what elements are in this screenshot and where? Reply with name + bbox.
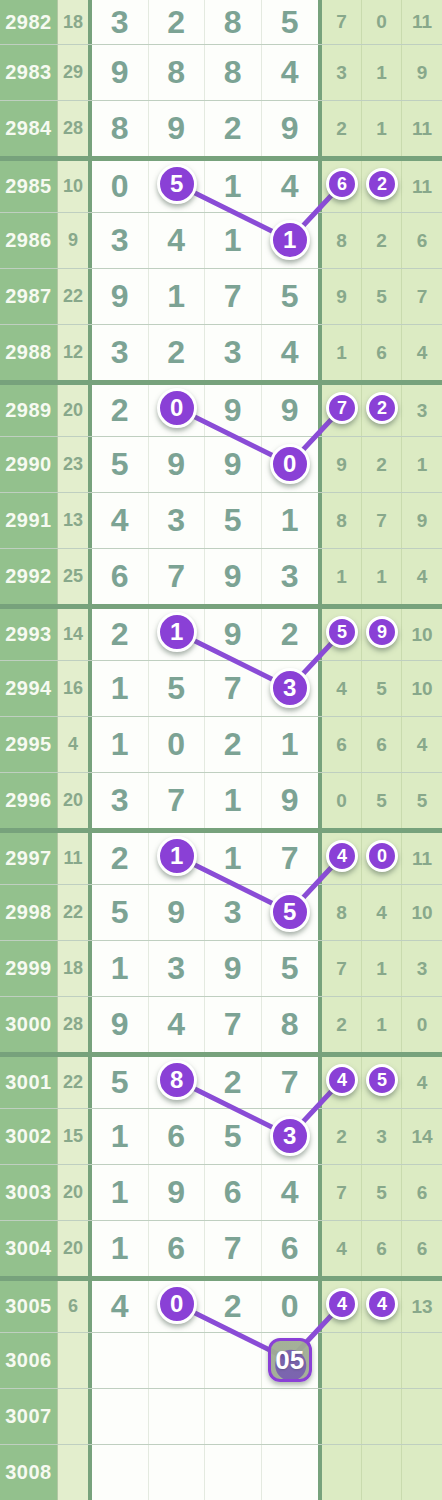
digit-cell[interactable]: 3 xyxy=(92,773,149,828)
stat-cell[interactable] xyxy=(322,1389,362,1444)
period-cell: 2999 xyxy=(0,941,57,996)
digit-cell[interactable]: 1 xyxy=(92,1165,149,1220)
hits-count-cell: 18 xyxy=(57,941,88,996)
stat-cell[interactable]: 8 xyxy=(322,213,362,268)
stat-cell[interactable] xyxy=(362,1389,402,1444)
period-cell: 3007 xyxy=(0,1389,57,1444)
digit-cell[interactable]: 5 xyxy=(92,1057,149,1108)
digit-cell[interactable]: 2 xyxy=(205,1057,262,1108)
table-row-2998: 2998225938410 xyxy=(0,884,442,940)
stat-cell[interactable]: 6 xyxy=(362,717,402,772)
circled-stat-digit[interactable]: 4 xyxy=(326,840,358,872)
digit-cell[interactable]: 1 xyxy=(92,1221,149,1276)
digit-cell[interactable]: 1 xyxy=(92,941,149,996)
drawn-digits-section: 420 xyxy=(92,1281,318,1332)
digit-cell[interactable]: 6 xyxy=(205,1165,262,1220)
stat-cell[interactable]: 3 xyxy=(362,1109,402,1164)
digit-cell[interactable]: 0 xyxy=(262,1281,319,1332)
stat-cell[interactable]: 0 xyxy=(322,773,362,828)
drawn-digits-section: 1021 xyxy=(92,717,318,772)
digit-cell[interactable]: 7 xyxy=(262,1057,319,1108)
hits-count-cell: 22 xyxy=(57,1057,88,1108)
drawn-digits-section: 1395 xyxy=(92,941,318,996)
hits-count-cell: 18 xyxy=(57,0,88,44)
digit-cell[interactable] xyxy=(262,1389,319,1444)
drawn-digits-section: 1676 xyxy=(92,1221,318,1276)
stat-cell[interactable]: 9 xyxy=(322,437,362,492)
stat-cell[interactable]: 1 xyxy=(362,45,402,100)
stats-section xyxy=(322,1333,442,1388)
hits-count-cell: 9 xyxy=(57,213,88,268)
table-row-2983: 2983299884319 xyxy=(0,44,442,100)
digit-cell[interactable]: 9 xyxy=(149,1165,206,1220)
stat-cell[interactable]: 7 xyxy=(322,941,362,996)
digit-cell[interactable]: 3 xyxy=(92,325,149,380)
stats-section: 210 xyxy=(322,997,442,1052)
hits-count-cell: 29 xyxy=(57,45,88,100)
digit-cell[interactable] xyxy=(205,1389,262,1444)
hits-count-cell: 28 xyxy=(57,997,88,1052)
stat-cell[interactable]: 4 xyxy=(322,661,362,716)
digit-cell[interactable]: 3 xyxy=(205,325,262,380)
stat-cell[interactable]: 7 xyxy=(322,0,362,44)
stat-cell[interactable] xyxy=(362,1445,402,1500)
table-row-3003: 3003201964756 xyxy=(0,1164,442,1220)
stat-cell[interactable]: 5 xyxy=(362,269,402,324)
stat-cell: 3 xyxy=(402,941,442,996)
stat-cell[interactable]: 1 xyxy=(362,549,402,604)
stat-cell[interactable]: 5 xyxy=(362,661,402,716)
circled-stat-digit[interactable]: 7 xyxy=(326,392,358,424)
digit-cell[interactable]: 6 xyxy=(262,1221,319,1276)
stat-cell[interactable]: 3 xyxy=(322,45,362,100)
stat-cell[interactable]: 1 xyxy=(322,325,362,380)
period-cell: 2998 xyxy=(0,885,57,940)
stat-cell xyxy=(402,1333,442,1388)
stat-cell: 14 xyxy=(402,1109,442,1164)
stat-cell[interactable]: 5 xyxy=(362,773,402,828)
stat-cell: 9 xyxy=(402,493,442,548)
period-cell: 2989 xyxy=(0,385,57,436)
digit-cell[interactable]: 3 xyxy=(92,213,149,268)
hits-count-cell: 13 xyxy=(57,493,88,548)
digit-cell[interactable]: 7 xyxy=(205,1221,262,1276)
digit-cell[interactable]: 2 xyxy=(92,833,149,884)
stat-cell[interactable]: 6 xyxy=(322,717,362,772)
digit-cell[interactable]: 8 xyxy=(92,101,149,156)
circled-digit[interactable]: 8 xyxy=(157,1060,197,1100)
table-row-2984: 29842889292111 xyxy=(0,100,442,156)
stat-cell: 11 xyxy=(402,161,442,212)
digit-cell[interactable]: 2 xyxy=(149,325,206,380)
drawn-digits-section xyxy=(92,1389,318,1444)
period-cell: 2988 xyxy=(0,325,57,380)
stat-cell: 4 xyxy=(402,1057,442,1108)
digit-cell[interactable]: 9 xyxy=(205,549,262,604)
digit-cell[interactable]: 8 xyxy=(262,997,319,1052)
circled-digit[interactable]: 5 xyxy=(270,892,310,932)
digit-cell[interactable]: 5 xyxy=(92,437,149,492)
period-cell: 2990 xyxy=(0,437,57,492)
circled-stat-digit[interactable]: 6 xyxy=(326,168,358,200)
stat-cell[interactable]: 2 xyxy=(322,1109,362,1164)
table-row-2982: 29821832857011 xyxy=(0,0,442,44)
stat-cell[interactable]: 1 xyxy=(322,549,362,604)
hits-count-cell xyxy=(57,1389,88,1444)
stat-cell: 11 xyxy=(402,0,442,44)
hits-count-cell: 16 xyxy=(57,661,88,716)
hits-count-cell: 11 xyxy=(57,833,88,884)
digit-cell[interactable]: 1 xyxy=(92,1109,149,1164)
stat-cell[interactable]: 7 xyxy=(322,1165,362,1220)
digit-cell[interactable]: 8 xyxy=(149,45,206,100)
stat-cell: 13 xyxy=(402,1281,442,1332)
stat-cell: 6 xyxy=(402,1221,442,1276)
table-row-3002: 3002151652314 xyxy=(0,1108,442,1164)
period-cell: 2996 xyxy=(0,773,57,828)
stats-section: 319 xyxy=(322,45,442,100)
table-row-2999: 2999181395713 xyxy=(0,940,442,996)
digit-cell[interactable]: 2 xyxy=(92,385,149,436)
stat-cell[interactable]: 1 xyxy=(362,941,402,996)
circled-digit[interactable]: 1 xyxy=(157,612,197,652)
stats-section: 664 xyxy=(322,717,442,772)
hits-count-cell: 15 xyxy=(57,1109,88,1164)
digit-cell[interactable]: 1 xyxy=(262,717,319,772)
circled-stat-digit[interactable]: 2 xyxy=(366,392,398,424)
digit-cell[interactable]: 9 xyxy=(205,609,262,660)
period-cell: 2986 xyxy=(0,213,57,268)
drawn-digits-section: 1964 xyxy=(92,1165,318,1220)
digit-cell[interactable] xyxy=(149,1333,206,1388)
stat-cell: 10 xyxy=(402,885,442,940)
hits-count-cell: 20 xyxy=(57,1221,88,1276)
digit-cell[interactable]: 6 xyxy=(149,1221,206,1276)
digit-cell[interactable]: 9 xyxy=(262,773,319,828)
stats-section: 4510 xyxy=(322,661,442,716)
hits-count-cell: 10 xyxy=(57,161,88,212)
stat-cell: 0 xyxy=(402,997,442,1052)
stat-cell[interactable]: 8 xyxy=(322,493,362,548)
digit-cell[interactable]: 2 xyxy=(205,717,262,772)
digit-cell[interactable]: 9 xyxy=(205,941,262,996)
digit-cell[interactable]: 9 xyxy=(149,437,206,492)
digit-cell[interactable]: 1 xyxy=(149,269,206,324)
hits-count-cell: 22 xyxy=(57,269,88,324)
period-cell: 2997 xyxy=(0,833,57,884)
digit-cell[interactable]: 2 xyxy=(92,609,149,660)
digit-cell[interactable] xyxy=(149,1445,206,1500)
digit-cell[interactable]: 4 xyxy=(149,997,206,1052)
period-cell: 2995 xyxy=(0,717,57,772)
table-row-2992: 2992256793114 xyxy=(0,548,442,604)
stats-section: 2111 xyxy=(322,101,442,156)
digit-cell[interactable]: 3 xyxy=(149,493,206,548)
digit-cell[interactable] xyxy=(149,1389,206,1444)
digit-cell[interactable] xyxy=(92,1445,149,1500)
drawn-digits-section: 527 xyxy=(92,1057,318,1108)
digit-cell[interactable]: 0 xyxy=(149,717,206,772)
table-row-3007: 3007 xyxy=(0,1388,442,1444)
digit-cell[interactable]: 1 xyxy=(205,213,262,268)
digit-cell[interactable]: 4 xyxy=(92,1281,149,1332)
circled-digit[interactable]: 1 xyxy=(157,836,197,876)
period-cell: 2985 xyxy=(0,161,57,212)
stat-cell[interactable] xyxy=(322,1333,362,1388)
digit-cell[interactable]: 7 xyxy=(205,661,262,716)
circled-digit[interactable]: 0 xyxy=(157,1284,197,1324)
hits-count-cell: 14 xyxy=(57,609,88,660)
stats-section: 8410 xyxy=(322,885,442,940)
digit-cell[interactable]: 5 xyxy=(262,0,319,44)
digit-cell[interactable]: 4 xyxy=(149,213,206,268)
trend-table-rows: 2982183285701129832998843192984288929211… xyxy=(0,0,442,1500)
digit-cell[interactable]: 6 xyxy=(92,549,149,604)
stat-cell[interactable] xyxy=(362,1333,402,1388)
hits-count-cell: 22 xyxy=(57,885,88,940)
digit-cell[interactable]: 4 xyxy=(262,325,319,380)
digit-cell[interactable] xyxy=(92,1389,149,1444)
stat-cell: 10 xyxy=(402,609,442,660)
digit-cell[interactable]: 1 xyxy=(205,833,262,884)
stat-cell[interactable]: 2 xyxy=(362,213,402,268)
drawn-digits-section: 292 xyxy=(92,609,318,660)
stat-cell[interactable]: 4 xyxy=(322,1221,362,1276)
digit-cell[interactable]: 7 xyxy=(205,997,262,1052)
circled-stat-digit[interactable]: 0 xyxy=(366,840,398,872)
period-cell: 2992 xyxy=(0,549,57,604)
circled-digit[interactable]: 3 xyxy=(270,668,310,708)
digit-cell[interactable]: 7 xyxy=(262,833,319,884)
digit-cell[interactable]: 5 xyxy=(205,1109,262,1164)
circled-stat-digit[interactable]: 4 xyxy=(366,1288,398,1320)
hits-count-cell: 25 xyxy=(57,549,88,604)
digit-cell[interactable]: 9 xyxy=(262,101,319,156)
stat-cell xyxy=(402,1389,442,1444)
stat-cell[interactable]: 1 xyxy=(362,997,402,1052)
digit-cell[interactable]: 3 xyxy=(205,885,262,940)
stat-cell[interactable]: 2 xyxy=(362,437,402,492)
hits-count-cell: 20 xyxy=(57,1165,88,1220)
digit-cell[interactable] xyxy=(262,1445,319,1500)
stat-cell[interactable]: 2 xyxy=(322,101,362,156)
drawn-digits-section: 9478 xyxy=(92,997,318,1052)
period-cell: 3001 xyxy=(0,1057,57,1108)
digit-cell[interactable]: 9 xyxy=(149,101,206,156)
stats-section: 164 xyxy=(322,325,442,380)
circled-stat-digit[interactable]: 4 xyxy=(326,1288,358,1320)
digit-cell[interactable]: 7 xyxy=(149,549,206,604)
drawn-digits-section: 299 xyxy=(92,385,318,436)
circled-digit[interactable]: 0 xyxy=(157,388,197,428)
stat-cell[interactable]: 1 xyxy=(362,101,402,156)
digit-cell[interactable]: 9 xyxy=(92,45,149,100)
digit-cell[interactable]: 8 xyxy=(205,0,262,44)
stats-section: 055 xyxy=(322,773,442,828)
digit-cell[interactable]: 8 xyxy=(205,45,262,100)
stat-cell: 4 xyxy=(402,717,442,772)
stat-cell: 4 xyxy=(402,325,442,380)
digit-cell[interactable]: 4 xyxy=(262,1165,319,1220)
period-cell: 2984 xyxy=(0,101,57,156)
period-cell: 3000 xyxy=(0,997,57,1052)
circled-digit[interactable]: 0 xyxy=(270,444,310,484)
stat-cell[interactable] xyxy=(322,1445,362,1500)
stat-cell[interactable]: 0 xyxy=(362,0,402,44)
table-row-3000: 3000289478210 xyxy=(0,996,442,1052)
digit-cell[interactable]: 4 xyxy=(92,493,149,548)
drawn-digits-section: 014 xyxy=(92,161,318,212)
drawn-digits-section: 9884 xyxy=(92,45,318,100)
digit-cell[interactable]: 5 xyxy=(262,941,319,996)
stats-section: 713 xyxy=(322,941,442,996)
digit-cell[interactable]: 9 xyxy=(92,997,149,1052)
table-row-3004: 3004201676466 xyxy=(0,1220,442,1276)
stat-cell xyxy=(402,1445,442,1500)
stat-cell[interactable]: 9 xyxy=(322,269,362,324)
circled-stat-digit[interactable]: 2 xyxy=(366,168,398,200)
stats-section: 466 xyxy=(322,1221,442,1276)
stat-cell[interactable]: 7 xyxy=(362,493,402,548)
hits-count-cell xyxy=(57,1445,88,1500)
stat-cell[interactable]: 5 xyxy=(362,1165,402,1220)
drawn-digits-section xyxy=(92,1445,318,1500)
stat-cell[interactable]: 4 xyxy=(362,885,402,940)
period-cell: 3002 xyxy=(0,1109,57,1164)
digit-cell[interactable]: 1 xyxy=(92,717,149,772)
digit-cell[interactable]: 1 xyxy=(205,773,262,828)
circled-stat-digit[interactable]: 9 xyxy=(366,616,398,648)
stats-section xyxy=(322,1389,442,1444)
hits-count-cell: 20 xyxy=(57,385,88,436)
digit-cell[interactable]: 5 xyxy=(205,493,262,548)
stats-section: 756 xyxy=(322,1165,442,1220)
digit-cell[interactable]: 4 xyxy=(262,161,319,212)
period-cell: 2993 xyxy=(0,609,57,660)
stats-section: 114 xyxy=(322,549,442,604)
digit-cell[interactable]: 2 xyxy=(205,1281,262,1332)
period-cell: 2991 xyxy=(0,493,57,548)
digit-cell[interactable]: 5 xyxy=(149,661,206,716)
stats-section: 2314 xyxy=(322,1109,442,1164)
stats-section: 921 xyxy=(322,437,442,492)
period-cell: 3006 xyxy=(0,1333,57,1388)
period-cell: 2982 xyxy=(0,0,57,44)
digit-cell[interactable]: 4 xyxy=(262,45,319,100)
table-row-2995: 299541021664 xyxy=(0,716,442,772)
table-row-2988: 2988123234164 xyxy=(0,324,442,380)
digit-cell[interactable]: 7 xyxy=(205,269,262,324)
circled-digit[interactable]: 1 xyxy=(270,220,310,260)
stat-cell: 4 xyxy=(402,549,442,604)
stat-cell: 6 xyxy=(402,1165,442,1220)
digit-cell[interactable]: 9 xyxy=(149,885,206,940)
hits-count-cell: 12 xyxy=(57,325,88,380)
hits-count-cell xyxy=(57,1333,88,1388)
digit-cell[interactable]: 3 xyxy=(149,941,206,996)
stat-cell: 7 xyxy=(402,269,442,324)
hits-count-cell: 20 xyxy=(57,773,88,828)
digit-cell[interactable]: 2 xyxy=(149,0,206,44)
drawn-digits-section: 8929 xyxy=(92,101,318,156)
table-row-3008: 3008 xyxy=(0,1444,442,1500)
digit-cell[interactable]: 2 xyxy=(205,101,262,156)
stats-section: 7011 xyxy=(322,0,442,44)
stat-cell: 1 xyxy=(402,437,442,492)
table-row-3006: 3006 xyxy=(0,1332,442,1388)
stats-section: 957 xyxy=(322,269,442,324)
stat-cell: 5 xyxy=(402,773,442,828)
digit-cell[interactable]: 9 xyxy=(92,269,149,324)
period-cell: 2987 xyxy=(0,269,57,324)
table-row-2986: 29869341826 xyxy=(0,212,442,268)
circled-stat-digit[interactable]: 5 xyxy=(366,1064,398,1096)
period-cell: 3004 xyxy=(0,1221,57,1276)
digit-cell[interactable]: 9 xyxy=(205,385,262,436)
digit-cell[interactable]: 3 xyxy=(92,0,149,44)
period-cell: 2994 xyxy=(0,661,57,716)
digit-cell[interactable]: 5 xyxy=(92,885,149,940)
digit-cell[interactable]: 1 xyxy=(262,493,319,548)
drawn-digits-section: 9175 xyxy=(92,269,318,324)
hits-count-cell: 6 xyxy=(57,1281,88,1332)
digit-cell[interactable]: 5 xyxy=(262,269,319,324)
digit-cell[interactable]: 7 xyxy=(149,773,206,828)
hits-count-cell: 28 xyxy=(57,101,88,156)
stat-cell: 10 xyxy=(402,661,442,716)
drawn-digits-section: 3719 xyxy=(92,773,318,828)
digit-cell[interactable]: 6 xyxy=(149,1109,206,1164)
digit-cell[interactable] xyxy=(205,1445,262,1500)
circled-stat-digit[interactable]: 5 xyxy=(326,616,358,648)
stat-cell[interactable]: 8 xyxy=(322,885,362,940)
digit-cell[interactable] xyxy=(205,1333,262,1388)
circled-digit[interactable]: 5 xyxy=(157,164,197,204)
digit-cell[interactable]: 1 xyxy=(205,161,262,212)
period-cell: 3005 xyxy=(0,1281,57,1332)
period-cell: 2983 xyxy=(0,45,57,100)
table-row-2990: 299023599921 xyxy=(0,436,442,492)
period-cell: 3003 xyxy=(0,1165,57,1220)
stat-cell[interactable]: 2 xyxy=(322,997,362,1052)
stat-cell: 11 xyxy=(402,833,442,884)
digit-cell[interactable]: 1 xyxy=(92,661,149,716)
hits-count-cell: 4 xyxy=(57,717,88,772)
stats-section xyxy=(322,1445,442,1500)
drawn-digits-section: 6793 xyxy=(92,549,318,604)
stat-cell: 3 xyxy=(402,385,442,436)
stats-section: 879 xyxy=(322,493,442,548)
drawn-digits-section: 3234 xyxy=(92,325,318,380)
digit-cell[interactable] xyxy=(92,1333,149,1388)
drawn-digits-section: 217 xyxy=(92,833,318,884)
predicted-number-badge[interactable]: 05 xyxy=(268,1338,312,1382)
table-row-2996: 2996203719055 xyxy=(0,772,442,828)
digit-cell[interactable]: 0 xyxy=(92,161,149,212)
circled-digit[interactable]: 3 xyxy=(270,1116,310,1156)
circled-stat-digit[interactable]: 4 xyxy=(326,1064,358,1096)
digit-cell[interactable]: 3 xyxy=(262,549,319,604)
digit-cell[interactable]: 9 xyxy=(205,437,262,492)
stat-cell[interactable]: 6 xyxy=(362,1221,402,1276)
drawn-digits-section: 4351 xyxy=(92,493,318,548)
stat-cell: 6 xyxy=(402,213,442,268)
stat-cell[interactable]: 6 xyxy=(362,325,402,380)
lottery-trend-chart: 2982183285701129832998843192984288929211… xyxy=(0,0,442,1500)
digit-cell[interactable]: 9 xyxy=(262,385,319,436)
table-row-2991: 2991134351879 xyxy=(0,492,442,548)
digit-cell[interactable]: 2 xyxy=(262,609,319,660)
